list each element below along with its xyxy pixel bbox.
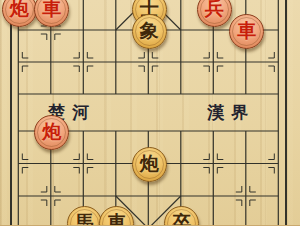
red-soldier-glyph: 兵 [205,0,224,25]
black-chariot-glyph: 車 [107,206,126,226]
black-soldier-glyph: 卒 [172,206,191,226]
red-cannon-glyph: 炮 [10,0,29,25]
red-cannon-glyph: 炮 [42,115,61,148]
black-elephant-glyph: 象 [140,14,159,47]
red-chariot-piece[interactable]: 車 [229,14,264,49]
black-cannon-piece[interactable]: 炮 [132,147,167,182]
red-chariot-glyph: 車 [42,0,61,25]
red-cannon-piece[interactable]: 炮 [34,115,69,150]
black-cannon-glyph: 炮 [140,147,159,180]
river-label-right: 漢界 [207,101,255,124]
red-chariot-glyph: 車 [237,14,256,47]
black-horse-glyph: 馬 [75,206,94,226]
xiangqi-board[interactable]: 楚河 漢界 炮車士兵象車炮炮馬車卒 [0,0,300,225]
black-elephant-piece[interactable]: 象 [132,14,167,49]
